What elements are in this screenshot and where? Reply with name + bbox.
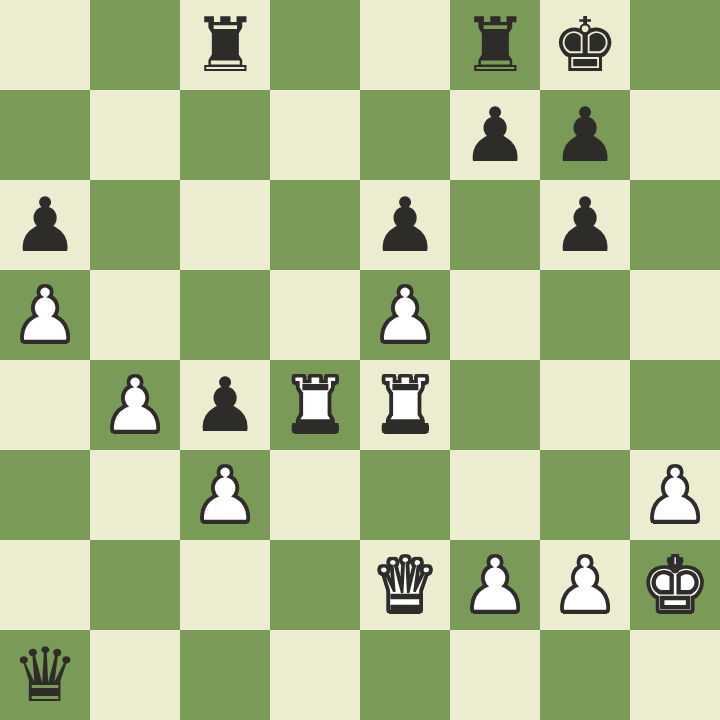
square-e3[interactable]: [360, 450, 450, 540]
square-b8[interactable]: [90, 0, 180, 90]
square-g3[interactable]: [540, 450, 630, 540]
white-pawn-f2-piece[interactable]: ♟: [461, 540, 528, 630]
square-d4[interactable]: ♜: [270, 360, 360, 450]
square-e4[interactable]: ♜: [360, 360, 450, 450]
square-g6[interactable]: ♟: [540, 180, 630, 270]
square-h3[interactable]: ♟: [630, 450, 720, 540]
square-g4[interactable]: [540, 360, 630, 450]
square-c7[interactable]: [180, 90, 270, 180]
square-c3[interactable]: ♟: [180, 450, 270, 540]
white-pawn-h3-piece[interactable]: ♟: [641, 450, 708, 540]
white-pawn-g2-piece[interactable]: ♟: [551, 540, 618, 630]
square-a5[interactable]: ♟: [0, 270, 90, 360]
square-f6[interactable]: [450, 180, 540, 270]
square-g5[interactable]: [540, 270, 630, 360]
square-d8[interactable]: [270, 0, 360, 90]
white-pawn-a5-piece[interactable]: ♟: [11, 270, 78, 360]
square-b4[interactable]: ♟: [90, 360, 180, 450]
square-f4[interactable]: [450, 360, 540, 450]
square-e6[interactable]: ♟: [360, 180, 450, 270]
square-a3[interactable]: [0, 450, 90, 540]
square-h1[interactable]: [630, 630, 720, 720]
square-c4[interactable]: ♟: [180, 360, 270, 450]
black-pawn-f7-piece[interactable]: ♟: [461, 90, 528, 180]
square-g2[interactable]: ♟: [540, 540, 630, 630]
square-h2[interactable]: ♚: [630, 540, 720, 630]
square-d1[interactable]: [270, 630, 360, 720]
square-a4[interactable]: [0, 360, 90, 450]
square-f3[interactable]: [450, 450, 540, 540]
square-a1[interactable]: ♛: [0, 630, 90, 720]
white-queen-e2-piece[interactable]: ♛: [371, 540, 438, 630]
black-king-g8-piece[interactable]: ♚: [551, 0, 618, 90]
white-rook-e4-piece[interactable]: ♜: [371, 360, 438, 450]
square-g1[interactable]: [540, 630, 630, 720]
square-d7[interactable]: [270, 90, 360, 180]
square-c2[interactable]: [180, 540, 270, 630]
square-f7[interactable]: ♟: [450, 90, 540, 180]
square-h6[interactable]: [630, 180, 720, 270]
square-c8[interactable]: ♜: [180, 0, 270, 90]
black-rook-c8-piece[interactable]: ♜: [191, 0, 258, 90]
square-e2[interactable]: ♛: [360, 540, 450, 630]
square-e1[interactable]: [360, 630, 450, 720]
square-e5[interactable]: ♟: [360, 270, 450, 360]
black-pawn-a6-piece[interactable]: ♟: [11, 180, 78, 270]
square-g7[interactable]: ♟: [540, 90, 630, 180]
square-b5[interactable]: [90, 270, 180, 360]
black-rook-f8-piece[interactable]: ♜: [461, 0, 528, 90]
square-c1[interactable]: [180, 630, 270, 720]
white-rook-d4-piece[interactable]: ♜: [281, 360, 348, 450]
black-pawn-g6-piece[interactable]: ♟: [551, 180, 618, 270]
square-c6[interactable]: [180, 180, 270, 270]
square-d6[interactable]: [270, 180, 360, 270]
square-e7[interactable]: [360, 90, 450, 180]
white-pawn-c3-piece[interactable]: ♟: [191, 450, 258, 540]
square-b2[interactable]: [90, 540, 180, 630]
square-a2[interactable]: [0, 540, 90, 630]
white-pawn-b4-piece[interactable]: ♟: [101, 360, 168, 450]
white-king-h2-piece[interactable]: ♚: [641, 540, 708, 630]
square-b1[interactable]: [90, 630, 180, 720]
black-pawn-g7-piece[interactable]: ♟: [551, 90, 618, 180]
square-b3[interactable]: [90, 450, 180, 540]
black-queen-a1-piece[interactable]: ♛: [11, 630, 78, 720]
square-a7[interactable]: [0, 90, 90, 180]
square-d5[interactable]: [270, 270, 360, 360]
square-b7[interactable]: [90, 90, 180, 180]
square-h7[interactable]: [630, 90, 720, 180]
square-b6[interactable]: [90, 180, 180, 270]
black-pawn-c4-piece[interactable]: ♟: [191, 360, 258, 450]
chess-board: ♜♜♚♟♟♟♟♟♟♟♟♟♜♜♟♟♛♟♟♚♛: [0, 0, 720, 720]
white-pawn-e5-piece[interactable]: ♟: [371, 270, 438, 360]
square-g8[interactable]: ♚: [540, 0, 630, 90]
square-f1[interactable]: [450, 630, 540, 720]
square-e8[interactable]: [360, 0, 450, 90]
square-d3[interactable]: [270, 450, 360, 540]
square-h4[interactable]: [630, 360, 720, 450]
black-pawn-e6-piece[interactable]: ♟: [371, 180, 438, 270]
square-c5[interactable]: [180, 270, 270, 360]
square-d2[interactable]: [270, 540, 360, 630]
square-a8[interactable]: [0, 0, 90, 90]
square-h8[interactable]: [630, 0, 720, 90]
square-f8[interactable]: ♜: [450, 0, 540, 90]
square-f2[interactable]: ♟: [450, 540, 540, 630]
square-h5[interactable]: [630, 270, 720, 360]
square-a6[interactable]: ♟: [0, 180, 90, 270]
square-f5[interactable]: [450, 270, 540, 360]
